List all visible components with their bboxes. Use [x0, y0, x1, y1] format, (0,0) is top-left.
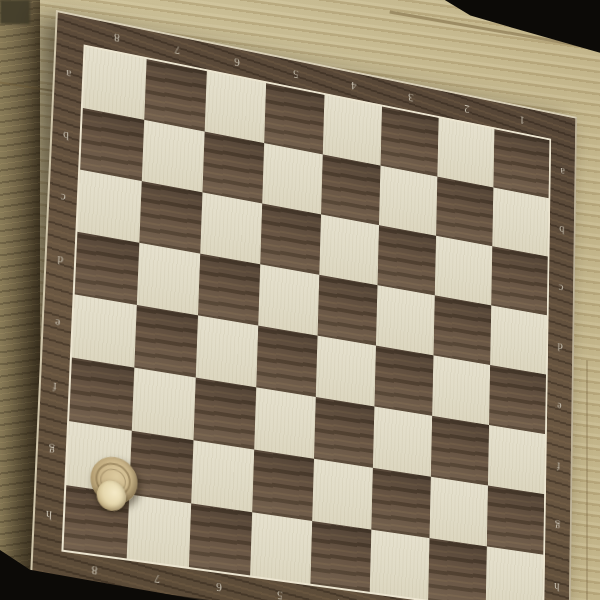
square-a3[interactable]	[380, 106, 438, 176]
coordinate-label-top-1: 1	[520, 114, 525, 126]
square-h6[interactable]	[189, 503, 252, 575]
square-a1[interactable]	[493, 129, 549, 198]
square-b1[interactable]	[492, 187, 548, 256]
square-f4[interactable]	[314, 397, 374, 468]
table-wood-dark-patch	[0, 0, 30, 24]
square-b6[interactable]	[202, 132, 264, 204]
coordinate-label-bottom-7: 7	[154, 572, 160, 585]
square-d6[interactable]	[198, 254, 260, 326]
square-f3[interactable]	[373, 406, 432, 476]
coordinate-label-left-c: c	[60, 191, 66, 204]
square-a4[interactable]	[323, 95, 382, 166]
square-c4[interactable]	[319, 214, 379, 285]
coordinate-label-top-4: 4	[351, 80, 357, 92]
coordinate-label-left-a: a	[66, 68, 72, 81]
table-plank-seam	[586, 360, 588, 600]
square-d7[interactable]	[137, 243, 200, 316]
coordinate-label-top-7: 7	[174, 44, 180, 56]
square-d4[interactable]	[318, 275, 378, 346]
coordinate-label-right-a: a	[560, 166, 565, 178]
square-a6[interactable]	[205, 71, 266, 143]
coordinate-label-right-h: h	[554, 581, 559, 593]
coordinate-label-left-b: b	[63, 129, 69, 142]
square-c2[interactable]	[435, 236, 493, 306]
square-b4[interactable]	[321, 154, 380, 225]
coordinate-label-right-d: d	[558, 341, 563, 353]
coordinate-label-top-5: 5	[293, 68, 299, 80]
square-d2[interactable]	[433, 295, 491, 365]
coordinate-label-left-h: h	[46, 509, 53, 522]
square-g3[interactable]	[371, 468, 431, 538]
board-squares	[63, 47, 549, 600]
square-e8[interactable]	[72, 294, 137, 367]
square-d8[interactable]	[75, 232, 140, 305]
coordinate-label-right-b: b	[559, 224, 564, 236]
square-c7[interactable]	[139, 181, 202, 254]
square-h3[interactable]	[370, 530, 430, 600]
photo-scene: 88aa77bb66cc55dd44ee33ff22gg11hh	[0, 0, 600, 600]
square-e3[interactable]	[374, 346, 433, 416]
coordinate-label-right-f: f	[557, 460, 561, 472]
coordinate-label-right-e: e	[557, 401, 562, 413]
square-e5[interactable]	[256, 326, 317, 397]
square-c1[interactable]	[491, 246, 547, 315]
coordinate-label-left-d: d	[57, 254, 63, 267]
coordinate-label-top-8: 8	[114, 32, 120, 45]
square-d1[interactable]	[490, 305, 547, 374]
background-shadow-top-right	[440, 0, 600, 60]
square-f1[interactable]	[488, 425, 545, 494]
square-e7[interactable]	[134, 305, 198, 378]
coordinate-label-bottom-5: 5	[277, 589, 283, 600]
square-c5[interactable]	[260, 203, 321, 274]
coordinate-label-left-f: f	[52, 380, 56, 393]
square-h4[interactable]	[310, 521, 371, 592]
white-pawn[interactable]	[89, 454, 138, 518]
square-e1[interactable]	[489, 365, 546, 434]
chess-board: 88aa77bb66cc55dd44ee33ff22gg11hh	[30, 10, 577, 600]
square-d5[interactable]	[258, 264, 319, 335]
square-g6[interactable]	[191, 440, 254, 512]
square-g5[interactable]	[252, 450, 314, 521]
coordinate-label-bottom-6: 6	[216, 581, 222, 594]
square-h1[interactable]	[486, 546, 544, 600]
square-g7[interactable]	[129, 431, 193, 504]
square-c8[interactable]	[77, 170, 141, 243]
square-f7[interactable]	[132, 368, 196, 441]
square-c6[interactable]	[200, 192, 262, 264]
square-b7[interactable]	[142, 120, 205, 193]
square-h5[interactable]	[250, 512, 312, 583]
coordinate-label-left-e: e	[55, 317, 61, 330]
coordinate-label-right-c: c	[559, 282, 564, 294]
square-b3[interactable]	[379, 166, 437, 236]
square-e4[interactable]	[316, 336, 376, 407]
square-g4[interactable]	[312, 459, 373, 530]
square-b5[interactable]	[262, 143, 323, 214]
coordinate-label-bottom-8: 8	[91, 564, 97, 577]
square-f6[interactable]	[193, 378, 256, 450]
square-e2[interactable]	[432, 355, 490, 425]
square-f5[interactable]	[254, 387, 316, 458]
square-b8[interactable]	[80, 108, 144, 181]
square-b2[interactable]	[436, 177, 493, 247]
square-e6[interactable]	[196, 315, 258, 387]
square-h2[interactable]	[428, 538, 487, 600]
square-g1[interactable]	[487, 486, 544, 555]
coordinate-label-left-g: g	[49, 444, 55, 457]
square-a5[interactable]	[264, 83, 324, 154]
coordinate-label-top-6: 6	[234, 56, 240, 68]
square-g2[interactable]	[430, 477, 488, 547]
square-f2[interactable]	[431, 416, 489, 486]
coordinate-label-top-2: 2	[464, 103, 469, 115]
coordinate-label-top-3: 3	[408, 92, 414, 104]
square-a2[interactable]	[437, 118, 494, 188]
square-c3[interactable]	[377, 225, 436, 295]
square-d3[interactable]	[376, 285, 435, 355]
coordinate-label-right-g: g	[555, 520, 560, 532]
square-f8[interactable]	[69, 357, 134, 430]
